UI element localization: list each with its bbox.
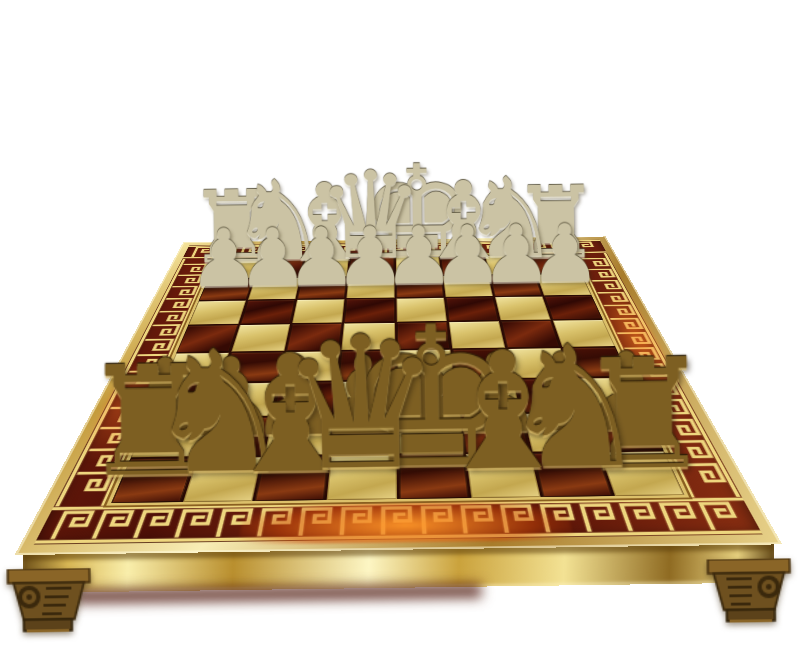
square-f5 [449,321,505,348]
square-a1: ♜ [111,458,195,503]
square-b3 [211,382,278,416]
board-foot-right [706,558,791,624]
square-d1: ♛ [327,455,396,500]
square-e1: ♚ [398,454,468,499]
square-a7: ♟ [199,279,253,301]
square-b1: ♞ [183,457,262,502]
square-f6 [445,297,498,321]
foot-scroll-ornament [706,558,791,624]
square-d3 [335,381,395,415]
square-g3 [515,378,583,412]
square-g8: ♞ [485,255,535,275]
square-h6 [544,296,602,320]
square-f2: ♟ [460,414,529,453]
front-border-glare [237,497,574,545]
square-f3 [456,379,520,413]
square-h2: ♟ [585,412,663,451]
board-underside-shadow [76,584,482,604]
square-e8: ♚ [395,256,440,276]
square-f8: ♝ [440,256,488,276]
square-c3 [273,382,337,416]
square-f1: ♝ [465,453,540,498]
square-f4 [452,349,512,379]
square-e5 [396,322,449,349]
square-c1: ♝ [255,456,329,501]
board-foot-left [6,568,91,634]
board-front-edge [23,544,774,593]
square-c2: ♟ [265,416,333,455]
board-rotation-wrapper: ♜♞♝♛♚♝♞♜♟♟♟♟♟♟♟♟♟♟♟♟♟♟♟♟♜♞♝♛♚♝♞♜ [0,0,800,670]
square-b2: ♟ [198,417,271,456]
square-g1: ♞ [532,452,612,497]
square-d8: ♛ [349,257,394,277]
square-a2: ♟ [131,418,208,457]
chess-board: ♜♞♝♛♚♝♞♜♟♟♟♟♟♟♟♟♟♟♟♟♟♟♟♟♜♞♝♛♚♝♞♜ [15,236,783,555]
square-f7: ♟ [443,275,493,297]
photo-stage: ♜♞♝♛♚♝♞♜♟♟♟♟♟♟♟♟♟♟♟♟♟♟♟♟♜♞♝♛♚♝♞♜ [0,0,800,670]
square-e3 [397,380,458,414]
square-b5 [232,324,291,351]
square-a5 [177,325,239,352]
square-g6 [495,296,551,320]
square-c5 [287,324,343,351]
square-h3 [573,377,645,411]
square-a6 [188,301,246,325]
square-g2: ♟ [523,413,597,452]
square-d2: ♟ [332,415,396,454]
square-d6 [344,299,394,323]
square-h7: ♟ [536,274,591,296]
square-e6 [396,298,446,322]
square-a3 [148,383,219,417]
foot-scroll-ornament [6,568,91,634]
square-d5 [342,323,395,350]
board-scene: ♜♞♝♛♚♝♞♜♟♟♟♟♟♟♟♟♟♟♟♟♟♟♟♟♜♞♝♛♚♝♞♜ [0,0,800,670]
square-h5 [553,320,615,347]
square-e2: ♟ [398,414,463,453]
square-c7: ♟ [297,277,347,299]
square-g5 [501,321,560,348]
